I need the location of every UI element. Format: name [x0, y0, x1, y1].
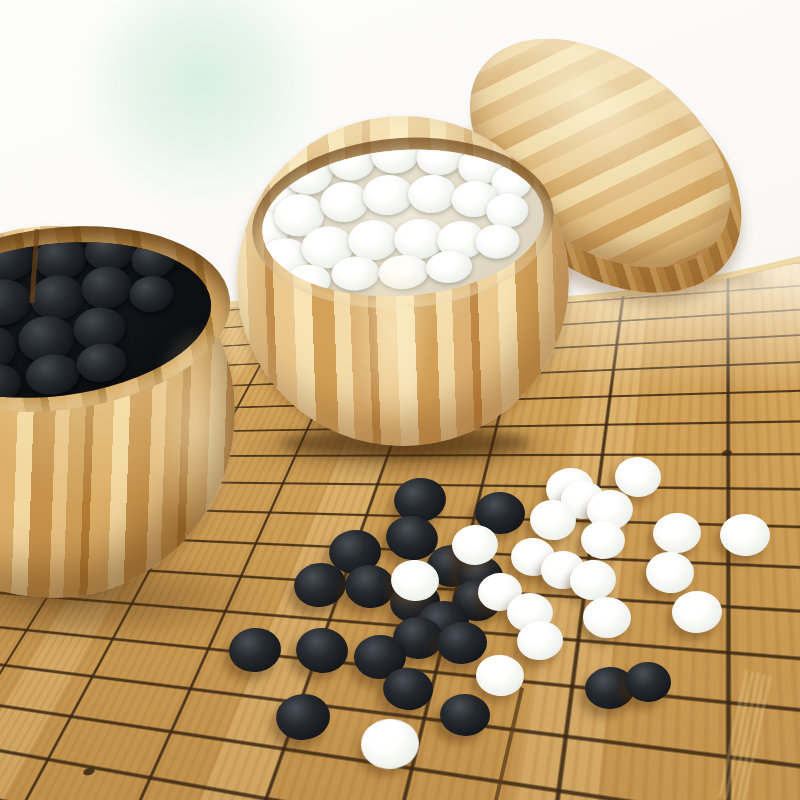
black-stone-in-bowl	[128, 273, 176, 314]
black-stone-in-bowl	[28, 272, 87, 322]
go-set-product-photo	[0, 0, 800, 800]
black-stone-in-bowl	[74, 341, 128, 385]
white-stone-in-bowl	[485, 192, 529, 229]
black-stone-in-bowl	[79, 264, 134, 312]
white-bowl-highlight	[352, 240, 432, 430]
white-stone-in-bowl	[362, 173, 415, 216]
white-stone-in-bowl	[407, 173, 458, 214]
background-green-reflection	[95, 0, 305, 195]
black-bowl-highlight	[148, 322, 243, 532]
